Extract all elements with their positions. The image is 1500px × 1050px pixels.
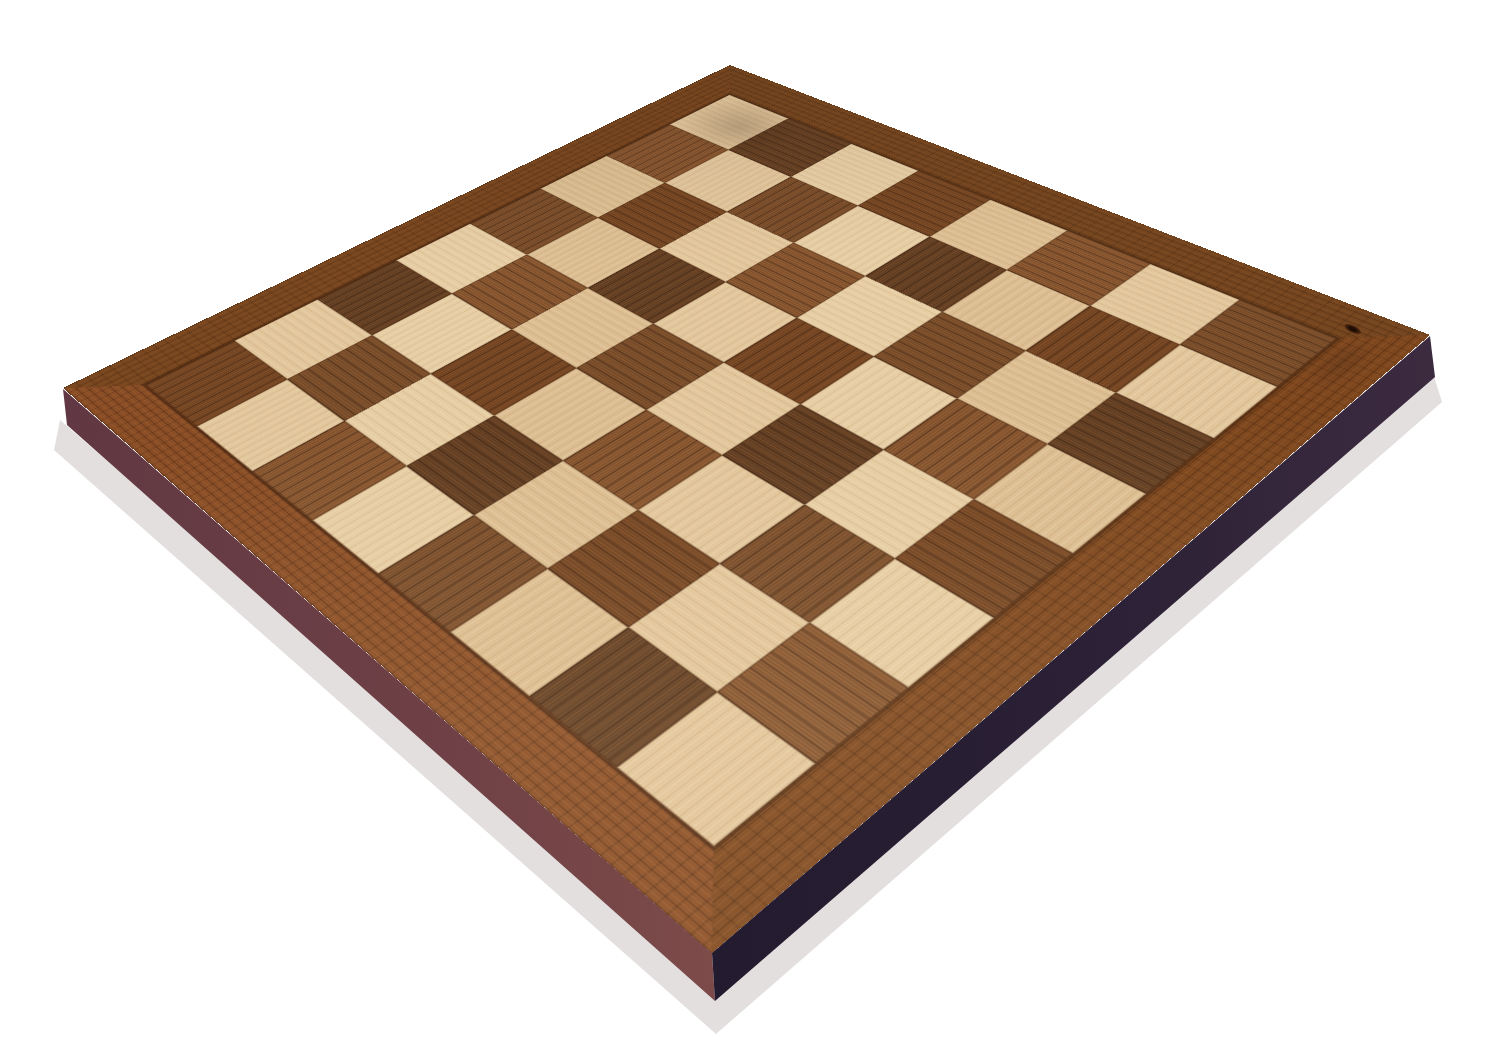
board-squares-grid [146,95,1336,847]
chess-board [63,65,1430,953]
photo-background [0,0,1500,1050]
